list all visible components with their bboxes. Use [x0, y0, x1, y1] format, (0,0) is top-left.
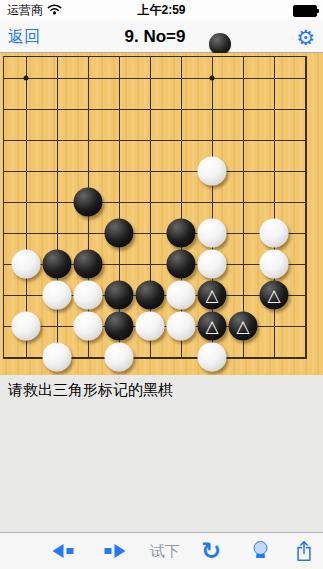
status-bar: 运营商 上午2:59	[0, 0, 323, 20]
problem-prompt: 请救出三角形标记的黑棋	[0, 375, 323, 532]
stone-black-n5	[105, 219, 134, 248]
reset-button[interactable]: ↻	[201, 533, 221, 569]
try-move-button[interactable]: 试下	[150, 533, 180, 569]
stone-white-s5	[260, 219, 289, 248]
toolbar: 试下 ↻	[0, 532, 323, 569]
star-point	[24, 76, 29, 81]
grid-line	[3, 56, 4, 360]
stone-white-l3	[43, 281, 72, 310]
battery-icon	[293, 5, 317, 17]
stone-white-k2	[12, 312, 41, 341]
star-point	[210, 76, 215, 81]
grid-line	[57, 56, 58, 360]
stone-black-p4	[167, 250, 196, 279]
stone-black-o3	[136, 281, 165, 310]
share-button[interactable]	[296, 533, 313, 569]
stone-black-q2: △	[198, 312, 227, 341]
stone-white-q5	[198, 219, 227, 248]
refresh-icon: ↻	[201, 539, 221, 563]
stone-black-p5	[167, 219, 196, 248]
hint-button[interactable]	[253, 533, 268, 569]
stone-black-n3	[105, 281, 134, 310]
stone-white-q1	[198, 343, 227, 372]
stone-black-l4	[43, 250, 72, 279]
triangle-mark: △	[236, 318, 249, 335]
stone-black-m4	[74, 250, 103, 279]
stone-white-l1	[43, 343, 72, 372]
stone-black-q3: △	[198, 281, 227, 310]
stone-white-p3	[167, 281, 196, 310]
share-icon	[296, 540, 313, 562]
grid-line	[3, 109, 308, 110]
next-problem-button[interactable]	[105, 533, 126, 569]
stone-white-s4	[260, 250, 289, 279]
lightbulb-icon	[253, 541, 268, 562]
grid-line	[3, 202, 308, 203]
stone-white-m2	[74, 312, 103, 341]
stone-black-n2	[105, 312, 134, 341]
triangle-mark: △	[205, 287, 218, 304]
stone-black-m6	[74, 188, 103, 217]
grid-line	[3, 56, 308, 57]
stone-white-q7	[198, 157, 227, 186]
go-board[interactable]: △△△△	[0, 53, 323, 375]
black-stone-turn-icon	[209, 33, 231, 55]
stone-white-m3	[74, 281, 103, 310]
arrow-left-icon	[53, 544, 74, 558]
grid-line	[3, 140, 308, 141]
triangle-mark: △	[267, 287, 280, 304]
try-move-label: 试下	[150, 542, 180, 561]
stone-white-p2	[167, 312, 196, 341]
page-title: 9. No=9	[0, 27, 310, 47]
stone-white-n1	[105, 343, 134, 372]
stone-white-q4	[198, 250, 227, 279]
nav-bar: 返回 9. No=9 ⚙	[0, 20, 323, 53]
gear-icon[interactable]: ⚙	[296, 27, 315, 48]
stone-black-r2: △	[229, 312, 258, 341]
previous-problem-button[interactable]	[53, 533, 74, 569]
stone-white-k4	[12, 250, 41, 279]
triangle-mark: △	[205, 318, 218, 335]
clock: 上午2:59	[0, 2, 323, 19]
stone-black-s3: △	[260, 281, 289, 310]
stone-white-o2	[136, 312, 165, 341]
grid-line	[274, 56, 275, 360]
grid-line	[3, 78, 308, 79]
grid-line	[305, 56, 307, 360]
arrow-right-icon	[105, 544, 126, 558]
grid-line	[3, 171, 308, 172]
